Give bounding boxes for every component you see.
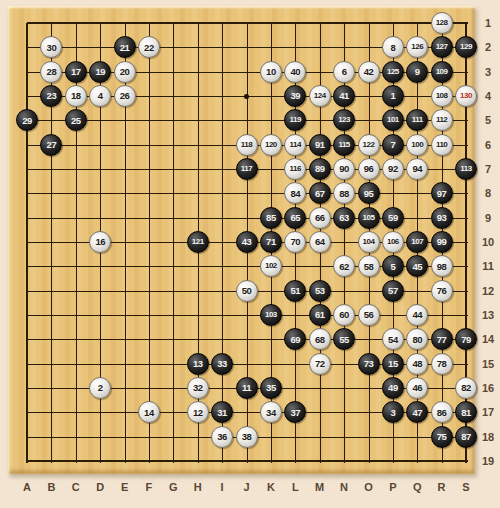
stone-black-129[interactable]: 129 <box>455 36 477 58</box>
stone-white-56[interactable]: 56 <box>358 304 380 326</box>
stone-white-110[interactable]: 110 <box>431 134 453 156</box>
stone-black-31[interactable]: 31 <box>211 401 233 423</box>
stone-white-58[interactable]: 58 <box>358 255 380 277</box>
stone-black-71[interactable]: 71 <box>260 231 282 253</box>
stone-white-16[interactable]: 16 <box>89 231 111 253</box>
stone-black-9[interactable]: 9 <box>406 61 428 83</box>
stone-black-3[interactable]: 3 <box>382 401 404 423</box>
row-label: 19 <box>478 455 498 467</box>
grid-line-horizontal <box>27 315 468 316</box>
stone-white-102[interactable]: 102 <box>260 255 282 277</box>
stone-black-35[interactable]: 35 <box>260 377 282 399</box>
column-label: H <box>190 481 206 493</box>
stone-white-116[interactable]: 116 <box>284 158 306 180</box>
stone-black-45[interactable]: 45 <box>406 255 428 277</box>
stone-black-115[interactable]: 115 <box>333 134 355 156</box>
stone-black-113[interactable]: 113 <box>455 158 477 180</box>
stone-black-11[interactable]: 11 <box>236 377 258 399</box>
stone-black-1[interactable]: 1 <box>382 85 404 107</box>
stone-white-30[interactable]: 30 <box>40 36 62 58</box>
column-label: K <box>263 481 279 493</box>
stone-white-126[interactable]: 126 <box>406 36 428 58</box>
stone-black-19[interactable]: 19 <box>89 61 111 83</box>
stone-white-80[interactable]: 80 <box>406 328 428 350</box>
stone-white-88[interactable]: 88 <box>333 182 355 204</box>
stone-white-40[interactable]: 40 <box>284 61 306 83</box>
stone-white-22[interactable]: 22 <box>138 36 160 58</box>
stone-black-17[interactable]: 17 <box>65 61 87 83</box>
stone-black-49[interactable]: 49 <box>382 377 404 399</box>
row-label: 16 <box>478 382 498 394</box>
grid-line-horizontal <box>27 460 468 462</box>
stone-black-25[interactable]: 25 <box>65 109 87 131</box>
stone-black-79[interactable]: 79 <box>455 328 477 350</box>
column-label: B <box>43 481 59 493</box>
row-label: 2 <box>478 41 498 53</box>
stone-white-34[interactable]: 34 <box>260 401 282 423</box>
column-label: A <box>19 481 35 493</box>
column-label: M <box>312 481 328 493</box>
stone-white-14[interactable]: 14 <box>138 401 160 423</box>
row-label: 6 <box>478 139 498 151</box>
stone-black-119[interactable]: 119 <box>284 109 306 131</box>
stone-white-32[interactable]: 32 <box>187 377 209 399</box>
stone-black-51[interactable]: 51 <box>284 280 306 302</box>
stone-white-12[interactable]: 12 <box>187 401 209 423</box>
row-label: 13 <box>478 309 498 321</box>
stone-white-108[interactable]: 108 <box>431 85 453 107</box>
stone-black-7[interactable]: 7 <box>382 134 404 156</box>
stone-white-130[interactable]: 130 <box>455 85 477 107</box>
stone-white-72[interactable]: 72 <box>309 353 331 375</box>
stone-black-99[interactable]: 99 <box>431 231 453 253</box>
stone-white-76[interactable]: 76 <box>431 280 453 302</box>
stone-black-123[interactable]: 123 <box>333 109 355 131</box>
column-label: D <box>92 481 108 493</box>
column-label: S <box>458 481 474 493</box>
stone-black-47[interactable]: 47 <box>406 401 428 423</box>
stone-white-120[interactable]: 120 <box>260 134 282 156</box>
stone-black-53[interactable]: 53 <box>309 280 331 302</box>
stone-white-46[interactable]: 46 <box>406 377 428 399</box>
stone-white-104[interactable]: 104 <box>358 231 380 253</box>
stone-black-61[interactable]: 61 <box>309 304 331 326</box>
stone-black-63[interactable]: 63 <box>333 207 355 229</box>
stone-white-50[interactable]: 50 <box>236 280 258 302</box>
stone-white-112[interactable]: 112 <box>431 109 453 131</box>
go-game-diagram: { "game": "go", "title": "Go game record… <box>0 0 500 508</box>
stone-black-111[interactable]: 111 <box>406 109 428 131</box>
row-label: 15 <box>478 358 498 370</box>
stone-black-59[interactable]: 59 <box>382 207 404 229</box>
row-label: 1 <box>478 17 498 29</box>
stone-white-54[interactable]: 54 <box>382 328 404 350</box>
stone-white-66[interactable]: 66 <box>309 207 331 229</box>
stone-white-28[interactable]: 28 <box>40 61 62 83</box>
stone-black-55[interactable]: 55 <box>333 328 355 350</box>
column-label: R <box>434 481 450 493</box>
stone-white-6[interactable]: 6 <box>333 61 355 83</box>
stone-black-39[interactable]: 39 <box>284 85 306 107</box>
stone-white-118[interactable]: 118 <box>236 134 258 156</box>
column-label: F <box>141 481 157 493</box>
row-label: 9 <box>478 212 498 224</box>
stone-black-121[interactable]: 121 <box>187 231 209 253</box>
column-label: L <box>287 481 303 493</box>
stone-black-75[interactable]: 75 <box>431 426 453 448</box>
stone-white-44[interactable]: 44 <box>406 304 428 326</box>
stone-black-101[interactable]: 101 <box>382 109 404 131</box>
row-label: 5 <box>478 114 498 126</box>
stone-white-78[interactable]: 78 <box>431 353 453 375</box>
column-label: C <box>68 481 84 493</box>
stone-black-67[interactable]: 67 <box>309 182 331 204</box>
stone-black-13[interactable]: 13 <box>187 353 209 375</box>
stone-white-42[interactable]: 42 <box>358 61 380 83</box>
stone-black-21[interactable]: 21 <box>114 36 136 58</box>
stone-black-109[interactable]: 109 <box>431 61 453 83</box>
grid-line-horizontal <box>27 22 468 24</box>
stone-white-124[interactable]: 124 <box>309 85 331 107</box>
stone-black-81[interactable]: 81 <box>455 401 477 423</box>
column-label: Q <box>409 481 425 493</box>
stone-white-122[interactable]: 122 <box>358 134 380 156</box>
stone-black-27[interactable]: 27 <box>40 134 62 156</box>
column-label: O <box>361 481 377 493</box>
stone-white-100[interactable]: 100 <box>406 134 428 156</box>
stone-white-98[interactable]: 98 <box>431 255 453 277</box>
stone-white-48[interactable]: 48 <box>406 353 428 375</box>
stone-black-125[interactable]: 125 <box>382 61 404 83</box>
stone-white-10[interactable]: 10 <box>260 61 282 83</box>
row-label: 17 <box>478 406 498 418</box>
stone-white-62[interactable]: 62 <box>333 255 355 277</box>
row-label: 7 <box>478 163 498 175</box>
stone-black-97[interactable]: 97 <box>431 182 453 204</box>
stone-white-60[interactable]: 60 <box>333 304 355 326</box>
stone-white-36[interactable]: 36 <box>211 426 233 448</box>
column-label: J <box>239 481 255 493</box>
stone-black-15[interactable]: 15 <box>382 353 404 375</box>
stone-white-68[interactable]: 68 <box>309 328 331 350</box>
stone-black-117[interactable]: 117 <box>236 158 258 180</box>
stone-white-8[interactable]: 8 <box>382 36 404 58</box>
stone-white-92[interactable]: 92 <box>382 158 404 180</box>
stone-white-26[interactable]: 26 <box>114 85 136 107</box>
stone-black-127[interactable]: 127 <box>431 36 453 58</box>
stone-white-64[interactable]: 64 <box>309 231 331 253</box>
stone-black-87[interactable]: 87 <box>455 426 477 448</box>
row-label: 10 <box>478 236 498 248</box>
row-label: 18 <box>478 431 498 443</box>
column-label: G <box>165 481 181 493</box>
row-label: 12 <box>478 285 498 297</box>
stone-black-103[interactable]: 103 <box>260 304 282 326</box>
star-point <box>244 94 249 99</box>
stone-black-77[interactable]: 77 <box>431 328 453 350</box>
stone-white-114[interactable]: 114 <box>284 134 306 156</box>
stone-black-65[interactable]: 65 <box>284 207 306 229</box>
column-label: E <box>117 481 133 493</box>
stone-black-107[interactable]: 107 <box>406 231 428 253</box>
row-label: 3 <box>478 66 498 78</box>
stone-black-105[interactable]: 105 <box>358 207 380 229</box>
stone-white-90[interactable]: 90 <box>333 158 355 180</box>
go-board[interactable]: 1283021228126127129281719201040642125910… <box>8 6 475 474</box>
stone-white-4[interactable]: 4 <box>89 85 111 107</box>
row-label: 8 <box>478 187 498 199</box>
stone-black-41[interactable]: 41 <box>333 85 355 107</box>
column-label: N <box>336 481 352 493</box>
stone-black-37[interactable]: 37 <box>284 401 306 423</box>
stone-white-70[interactable]: 70 <box>284 231 306 253</box>
column-label: P <box>385 481 401 493</box>
stone-white-128[interactable]: 128 <box>431 12 453 34</box>
stone-black-43[interactable]: 43 <box>236 231 258 253</box>
column-label: I <box>214 481 230 493</box>
stone-black-5[interactable]: 5 <box>382 255 404 277</box>
stone-black-89[interactable]: 89 <box>309 158 331 180</box>
stone-white-84[interactable]: 84 <box>284 182 306 204</box>
grid-line-horizontal <box>27 193 468 194</box>
stone-black-95[interactable]: 95 <box>358 182 380 204</box>
stone-white-18[interactable]: 18 <box>65 85 87 107</box>
stone-white-94[interactable]: 94 <box>406 158 428 180</box>
row-label: 11 <box>478 260 498 272</box>
stone-white-38[interactable]: 38 <box>236 426 258 448</box>
stone-black-91[interactable]: 91 <box>309 134 331 156</box>
stone-black-29[interactable]: 29 <box>16 109 38 131</box>
stone-white-2[interactable]: 2 <box>89 377 111 399</box>
stone-black-23[interactable]: 23 <box>40 85 62 107</box>
stone-black-69[interactable]: 69 <box>284 328 306 350</box>
stone-white-20[interactable]: 20 <box>114 61 136 83</box>
row-label: 4 <box>478 90 498 102</box>
stone-white-96[interactable]: 96 <box>358 158 380 180</box>
row-label: 14 <box>478 333 498 345</box>
stone-white-82[interactable]: 82 <box>455 377 477 399</box>
stone-white-86[interactable]: 86 <box>431 401 453 423</box>
stone-black-73[interactable]: 73 <box>358 353 380 375</box>
stone-black-93[interactable]: 93 <box>431 207 453 229</box>
stone-black-33[interactable]: 33 <box>211 353 233 375</box>
stone-black-57[interactable]: 57 <box>382 280 404 302</box>
stone-black-85[interactable]: 85 <box>260 207 282 229</box>
stone-white-106[interactable]: 106 <box>382 231 404 253</box>
